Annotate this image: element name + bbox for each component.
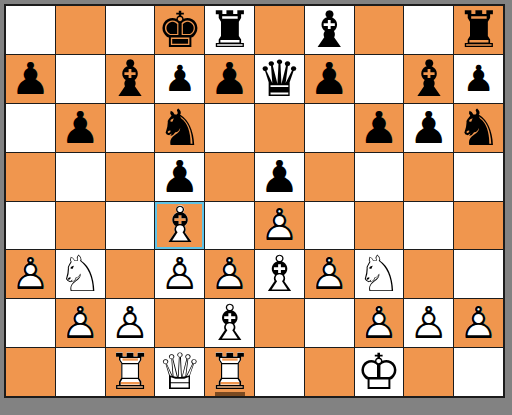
white-pawn[interactable]: ♟♙: [359, 301, 398, 345]
white-pawn[interactable]: ♟♙: [459, 301, 498, 345]
white-knight[interactable]: ♞♘: [58, 250, 103, 298]
square-r6c6[interactable]: ♝♗: [255, 250, 304, 298]
black-pawn[interactable]: ♟: [60, 106, 99, 150]
black-pawn[interactable]: ♟: [160, 155, 199, 199]
square-r5c5[interactable]: [205, 202, 254, 250]
square-r8c9[interactable]: [404, 348, 453, 396]
black-rook[interactable]: ♜: [456, 6, 501, 54]
square-r3c4[interactable]: ♞: [155, 104, 204, 152]
square-r8c5[interactable]: ♜♖: [205, 348, 254, 396]
white-piece-outline: ♙: [260, 202, 299, 250]
square-r2c2[interactable]: [56, 55, 105, 103]
square-r8c1[interactable]: [6, 348, 55, 396]
black-pawn[interactable]: ♟: [210, 57, 249, 101]
white-bishop[interactable]: ♝♗: [207, 299, 252, 347]
black-pawn[interactable]: ♟: [260, 155, 299, 199]
black-pawn[interactable]: ♟: [409, 106, 448, 150]
white-pawn[interactable]: ♟♙: [210, 252, 249, 296]
square-r4c1[interactable]: [6, 153, 55, 201]
black-pawn[interactable]: ♟: [164, 61, 196, 97]
white-piece-outline: ♙: [160, 250, 199, 298]
white-piece-outline: ♖: [207, 348, 252, 396]
chess-app-window: ♚♜♝♜♟♝♟♟♛♟♝♟♟♞♟♟♞♟♟♝♗♟♙♟♙♞♘♟♙♟♙♝♗♟♙♞♘♟♙♟…: [0, 0, 512, 415]
white-pawn[interactable]: ♟♙: [409, 301, 448, 345]
white-piece-outline: ♘: [357, 250, 402, 298]
square-r5c3[interactable]: [106, 202, 155, 250]
white-pawn[interactable]: ♟♙: [11, 252, 50, 296]
white-pawn[interactable]: ♟♙: [260, 203, 299, 247]
square-r3c2[interactable]: ♟: [56, 104, 105, 152]
square-r7c4[interactable]: [155, 299, 204, 347]
square-r6c5[interactable]: ♟♙: [205, 250, 254, 298]
square-r1c2[interactable]: [56, 6, 105, 54]
square-r4c3[interactable]: [106, 153, 155, 201]
black-pawn[interactable]: ♟: [462, 61, 494, 97]
square-r4c9[interactable]: [404, 153, 453, 201]
square-r5c6[interactable]: ♟♙: [255, 202, 304, 250]
black-king[interactable]: ♚: [157, 6, 202, 54]
square-r5c8[interactable]: [355, 202, 404, 250]
square-r5c7[interactable]: [305, 202, 354, 250]
white-piece-outline: ♙: [309, 250, 348, 298]
white-queen[interactable]: ♛♕: [157, 348, 202, 396]
square-r3c5[interactable]: [205, 104, 254, 152]
black-pawn[interactable]: ♟: [11, 57, 50, 101]
black-pawn[interactable]: ♟: [309, 57, 348, 101]
square-r1c6[interactable]: [255, 6, 304, 54]
chess-board: ♚♜♝♜♟♝♟♟♛♟♝♟♟♞♟♟♞♟♟♝♗♟♙♟♙♞♘♟♙♟♙♝♗♟♙♞♘♟♙♟…: [4, 4, 505, 398]
white-piece-outline: ♙: [210, 250, 249, 298]
black-queen[interactable]: ♛: [257, 55, 302, 103]
square-r6c10[interactable]: [454, 250, 503, 298]
white-piece-outline: ♙: [110, 299, 149, 347]
white-knight[interactable]: ♞♘: [357, 250, 402, 298]
square-r2c6[interactable]: ♛: [255, 55, 304, 103]
black-rook[interactable]: ♜: [207, 6, 252, 54]
square-r3c8[interactable]: ♟: [355, 104, 404, 152]
square-r1c3[interactable]: [106, 6, 155, 54]
square-r8c3[interactable]: ♜♖: [106, 348, 155, 396]
square-r5c9[interactable]: [404, 202, 453, 250]
white-piece-outline: ♗: [207, 299, 252, 347]
white-piece-outline: ♔: [357, 348, 402, 396]
black-bishop[interactable]: ♝: [307, 6, 352, 54]
square-r6c8[interactable]: ♞♘: [355, 250, 404, 298]
square-r3c9[interactable]: ♟: [404, 104, 453, 152]
square-r4c2[interactable]: [56, 153, 105, 201]
square-r2c7[interactable]: ♟: [305, 55, 354, 103]
square-r4c5[interactable]: [205, 153, 254, 201]
square-r2c10[interactable]: ♟: [454, 55, 503, 103]
square-r1c1[interactable]: [6, 6, 55, 54]
square-r6c4[interactable]: ♟♙: [155, 250, 204, 298]
square-r3c10[interactable]: ♞: [454, 104, 503, 152]
black-knight[interactable]: ♞: [456, 104, 501, 152]
square-r4c6[interactable]: ♟: [255, 153, 304, 201]
white-rook[interactable]: ♜♖: [108, 348, 153, 396]
square-r7c3[interactable]: ♟♙: [106, 299, 155, 347]
square-r3c3[interactable]: [106, 104, 155, 152]
square-r6c2[interactable]: ♞♘: [56, 250, 105, 298]
square-r2c8[interactable]: [355, 55, 404, 103]
square-r6c7[interactable]: ♟♙: [305, 250, 354, 298]
square-r2c4[interactable]: ♟: [155, 55, 204, 103]
square-r4c4[interactable]: ♟: [155, 153, 204, 201]
square-r7c8[interactable]: ♟♙: [355, 299, 404, 347]
square-r7c2[interactable]: ♟♙: [56, 299, 105, 347]
white-piece-outline: ♗: [257, 250, 302, 298]
white-bishop[interactable]: ♝♗: [257, 250, 302, 298]
square-r8c2[interactable]: [56, 348, 105, 396]
square-r1c8[interactable]: [355, 6, 404, 54]
render-artifact-bar: [215, 392, 245, 396]
square-r3c7[interactable]: [305, 104, 354, 152]
white-pawn[interactable]: ♟♙: [110, 301, 149, 345]
square-r1c4[interactable]: ♚: [155, 6, 204, 54]
square-r4c8[interactable]: [355, 153, 404, 201]
white-piece-outline: ♙: [60, 299, 99, 347]
square-r5c1[interactable]: [6, 202, 55, 250]
square-r2c9[interactable]: ♝: [404, 55, 453, 103]
square-r2c3[interactable]: ♝: [106, 55, 155, 103]
white-piece-outline: ♙: [409, 299, 448, 347]
white-piece-outline: ♕: [157, 348, 202, 396]
square-r8c6[interactable]: [255, 348, 304, 396]
white-piece-outline: ♘: [58, 250, 103, 298]
square-r1c7[interactable]: ♝: [305, 6, 354, 54]
white-piece-outline: ♗: [157, 202, 202, 250]
white-rook[interactable]: ♜♖: [207, 348, 252, 396]
black-knight[interactable]: ♞: [157, 104, 202, 152]
square-r7c9[interactable]: ♟♙: [404, 299, 453, 347]
black-bishop[interactable]: ♝: [108, 55, 153, 103]
white-pawn[interactable]: ♟♙: [160, 252, 199, 296]
square-r8c7[interactable]: [305, 348, 354, 396]
black-pawn[interactable]: ♟: [359, 106, 398, 150]
white-pawn[interactable]: ♟♙: [60, 301, 99, 345]
square-r8c4[interactable]: ♛♕: [155, 348, 204, 396]
square-r7c6[interactable]: [255, 299, 304, 347]
white-pawn[interactable]: ♟♙: [309, 252, 348, 296]
square-r8c10[interactable]: [454, 348, 503, 396]
square-r6c1[interactable]: ♟♙: [6, 250, 55, 298]
white-piece-outline: ♙: [459, 299, 498, 347]
white-bishop[interactable]: ♝♗: [157, 202, 202, 250]
square-r4c10[interactable]: [454, 153, 503, 201]
white-piece-outline: ♙: [359, 299, 398, 347]
square-r6c9[interactable]: [404, 250, 453, 298]
square-r6c3[interactable]: [106, 250, 155, 298]
square-r7c1[interactable]: [6, 299, 55, 347]
square-r5c10[interactable]: [454, 202, 503, 250]
white-piece-outline: ♖: [108, 348, 153, 396]
black-bishop[interactable]: ♝: [406, 55, 451, 103]
square-r2c5[interactable]: ♟: [205, 55, 254, 103]
square-r5c2[interactable]: [56, 202, 105, 250]
square-r3c6[interactable]: [255, 104, 304, 152]
square-r1c9[interactable]: [404, 6, 453, 54]
square-r1c10[interactable]: ♜: [454, 6, 503, 54]
square-r7c10[interactable]: ♟♙: [454, 299, 503, 347]
square-r7c5[interactable]: ♝♗: [205, 299, 254, 347]
white-king[interactable]: ♚♔: [357, 348, 402, 396]
square-r1c5[interactable]: ♜: [205, 6, 254, 54]
square-r5c4[interactable]: ♝♗: [155, 202, 204, 250]
square-r4c7[interactable]: [305, 153, 354, 201]
square-r8c8[interactable]: ♚♔: [355, 348, 404, 396]
square-r3c1[interactable]: [6, 104, 55, 152]
white-piece-outline: ♙: [11, 250, 50, 298]
square-r2c1[interactable]: ♟: [6, 55, 55, 103]
square-r7c7[interactable]: [305, 299, 354, 347]
